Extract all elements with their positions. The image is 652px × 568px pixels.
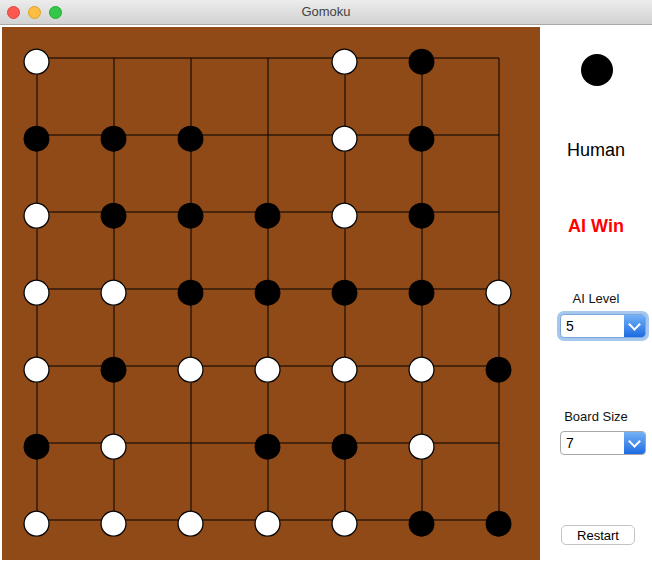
- board-cell[interactable]: [152, 19, 229, 96]
- board-cell[interactable]: [460, 173, 537, 250]
- board-cell[interactable]: ●: [306, 19, 383, 96]
- board-cell[interactable]: ●: [0, 327, 75, 404]
- board-cell[interactable]: ●: [229, 327, 306, 404]
- board-cell[interactable]: ●: [306, 481, 383, 558]
- board-size-dropdown-cap[interactable]: [624, 432, 645, 454]
- white-stone: ●: [327, 183, 362, 241]
- black-stone: ●: [96, 183, 131, 241]
- black-stone: ●: [404, 260, 439, 318]
- board-cell[interactable]: [229, 96, 306, 173]
- white-stone: ●: [327, 29, 362, 87]
- board-cell[interactable]: ●: [306, 404, 383, 481]
- white-stone: ●: [404, 337, 439, 395]
- white-stone: ●: [327, 337, 362, 395]
- board-cell[interactable]: ●: [383, 96, 460, 173]
- ai-level-label: AI Level: [540, 291, 652, 306]
- black-stone: ●: [481, 491, 516, 549]
- white-stone: ●: [19, 337, 54, 395]
- board-cell[interactable]: ●: [460, 250, 537, 327]
- board-cell[interactable]: ●: [306, 173, 383, 250]
- board-cell[interactable]: ●: [306, 327, 383, 404]
- board-cell[interactable]: ●: [460, 481, 537, 558]
- board-cell[interactable]: ●: [152, 327, 229, 404]
- board-cell[interactable]: ●: [229, 481, 306, 558]
- white-stone: ●: [19, 260, 54, 318]
- black-stone: ●: [327, 260, 362, 318]
- board-size-value: 7: [561, 432, 624, 454]
- board-cell[interactable]: ●: [152, 173, 229, 250]
- black-stone: ●: [404, 183, 439, 241]
- board-cell[interactable]: ●: [383, 250, 460, 327]
- board-cell[interactable]: ●: [75, 327, 152, 404]
- white-stone: ●: [173, 491, 208, 549]
- chevron-down-icon: [628, 435, 641, 448]
- board-cell[interactable]: ●: [0, 173, 75, 250]
- white-stone: ●: [19, 491, 54, 549]
- black-stone: ●: [173, 106, 208, 164]
- chevron-down-icon: [628, 318, 641, 331]
- board-cell[interactable]: ●: [0, 250, 75, 327]
- board-cell[interactable]: ●: [229, 404, 306, 481]
- gomoku-window: Gomoku ●●●●●●●●●●●●●●●●●●●●●●●●●●●●●●●●●…: [0, 0, 652, 568]
- black-stone: ●: [404, 29, 439, 87]
- board-size-label: Board Size: [540, 409, 652, 424]
- black-stone: ●: [173, 260, 208, 318]
- white-stone: ●: [19, 183, 54, 241]
- black-stone: ●: [19, 414, 54, 472]
- gomoku-board: ●●●●●●●●●●●●●●●●●●●●●●●●●●●●●●●●●●●●●●●●: [2, 27, 540, 560]
- board-cell[interactable]: [460, 96, 537, 173]
- black-stone: ●: [404, 491, 439, 549]
- status-label: AI Win: [540, 216, 652, 237]
- black-stone: ●: [19, 106, 54, 164]
- board-cell[interactable]: ●: [152, 96, 229, 173]
- board-cell[interactable]: ●: [383, 481, 460, 558]
- white-stone: ●: [404, 414, 439, 472]
- board-cell[interactable]: ●: [75, 96, 152, 173]
- black-stone: ●: [96, 106, 131, 164]
- board-cell[interactable]: ●: [383, 19, 460, 96]
- white-stone: ●: [96, 491, 131, 549]
- black-stone: ●: [96, 337, 131, 395]
- white-stone: ●: [481, 260, 516, 318]
- black-stone: ●: [173, 183, 208, 241]
- board-cells: ●●●●●●●●●●●●●●●●●●●●●●●●●●●●●●●●●●●●●●●●: [0, 19, 537, 558]
- board-cell[interactable]: [460, 404, 537, 481]
- board-cell[interactable]: ●: [75, 481, 152, 558]
- board-cell[interactable]: ●: [75, 173, 152, 250]
- white-stone: ●: [250, 337, 285, 395]
- board-cell[interactable]: [229, 19, 306, 96]
- black-stone: ●: [404, 106, 439, 164]
- white-stone: ●: [250, 491, 285, 549]
- player-label: Human: [540, 140, 652, 161]
- board-cell[interactable]: ●: [306, 96, 383, 173]
- board-cell[interactable]: ●: [75, 404, 152, 481]
- board-cell[interactable]: ●: [229, 173, 306, 250]
- board-cell[interactable]: [152, 404, 229, 481]
- board-cell[interactable]: ●: [0, 19, 75, 96]
- ai-level-select[interactable]: 5: [560, 314, 646, 338]
- board-cell[interactable]: ●: [460, 327, 537, 404]
- white-stone: ●: [96, 260, 131, 318]
- board-cell[interactable]: ●: [229, 250, 306, 327]
- board-cell[interactable]: ●: [75, 250, 152, 327]
- board-cell[interactable]: ●: [0, 96, 75, 173]
- black-stone: ●: [481, 337, 516, 395]
- board-cell[interactable]: ●: [383, 404, 460, 481]
- board-cell[interactable]: ●: [152, 481, 229, 558]
- board-size-select[interactable]: 7: [560, 431, 646, 455]
- board-cell[interactable]: ●: [152, 250, 229, 327]
- board-cell[interactable]: ●: [0, 404, 75, 481]
- white-stone: ●: [173, 337, 208, 395]
- white-stone: ●: [19, 29, 54, 87]
- ai-level-value: 5: [561, 315, 624, 337]
- black-stone: ●: [250, 183, 285, 241]
- white-stone: ●: [327, 106, 362, 164]
- white-stone: ●: [327, 491, 362, 549]
- board-cell[interactable]: ●: [383, 173, 460, 250]
- restart-button[interactable]: Restart: [561, 525, 635, 545]
- ai-level-dropdown-cap[interactable]: [624, 315, 645, 337]
- board-cell[interactable]: ●: [383, 327, 460, 404]
- board-cell[interactable]: ●: [306, 250, 383, 327]
- black-stone: ●: [250, 414, 285, 472]
- black-stone: ●: [250, 260, 285, 318]
- white-stone: ●: [96, 414, 131, 472]
- board-cell[interactable]: ●: [0, 481, 75, 558]
- board-cell[interactable]: [460, 19, 537, 96]
- board-cell[interactable]: [75, 19, 152, 96]
- current-player-stone-icon: [581, 54, 613, 86]
- black-stone: ●: [327, 414, 362, 472]
